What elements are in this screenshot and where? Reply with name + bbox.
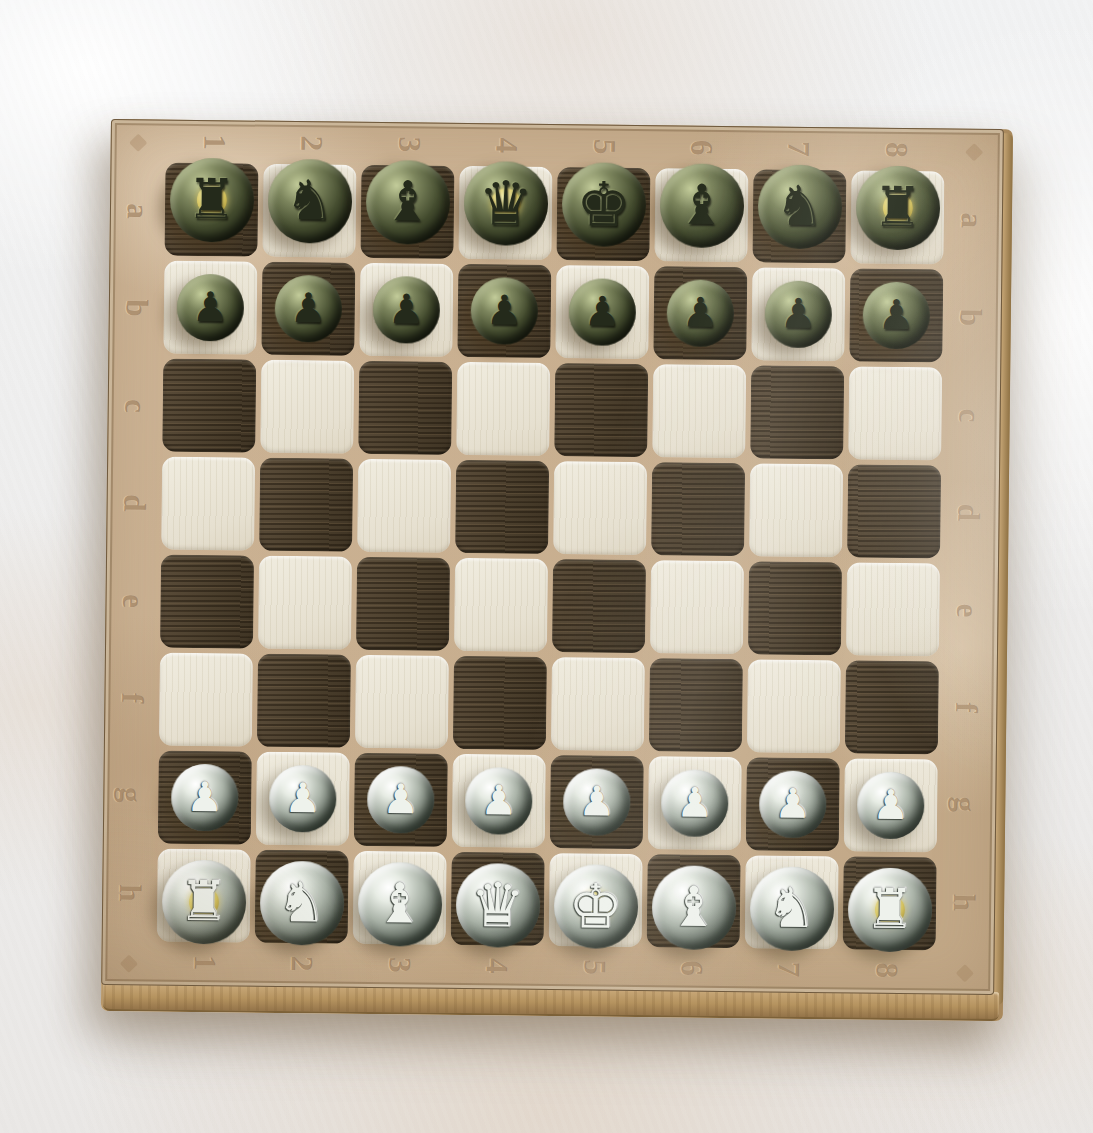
chess-piece-glyph: ♞ [775, 179, 825, 235]
chess-board: 12345678 12345678 abcdefgh abcdefgh ♜♞♝♛… [101, 119, 1013, 1021]
piece-black-knight[interactable]: ♞ [757, 164, 842, 249]
piece-black-pawn[interactable]: ♟ [568, 278, 636, 346]
piece-white-knight[interactable]: ♞ [749, 866, 834, 951]
square-c5[interactable] [554, 363, 648, 457]
piece-black-knight[interactable]: ♞ [267, 158, 352, 243]
piece-black-pawn[interactable]: ♟ [764, 280, 832, 348]
square-f7[interactable] [747, 659, 841, 753]
square-c8[interactable] [848, 366, 942, 460]
square-d5[interactable] [553, 461, 647, 555]
piece-white-pawn[interactable]: ♟ [759, 770, 827, 838]
piece-white-pawn[interactable]: ♟ [563, 768, 631, 836]
piece-white-rook[interactable]: ♜ [161, 859, 246, 944]
square-e3[interactable] [356, 557, 450, 651]
square-c2[interactable] [260, 360, 354, 454]
square-f4[interactable] [453, 656, 547, 750]
chess-piece-glyph: ♜ [179, 874, 229, 930]
chess-piece-glyph: ♚ [576, 173, 631, 235]
corner-inlay-top-left [129, 134, 147, 152]
square-e6[interactable] [650, 560, 744, 654]
chess-piece-glyph: ♜ [865, 882, 915, 938]
square-c4[interactable] [456, 362, 550, 456]
chess-piece-glyph: ♟ [578, 781, 615, 822]
square-b8[interactable]: ♟ [849, 268, 943, 362]
square-c7[interactable] [750, 365, 844, 459]
corner-inlay-bottom-left [120, 955, 138, 973]
chess-piece-glyph: ♟ [388, 289, 425, 330]
piece-black-pawn[interactable]: ♟ [470, 277, 538, 345]
square-g5[interactable]: ♟ [550, 755, 644, 849]
square-f2[interactable] [257, 654, 351, 748]
square-e2[interactable] [258, 556, 352, 650]
square-d8[interactable] [847, 464, 941, 558]
chess-piece-glyph: ♜ [873, 180, 923, 236]
chess-piece-glyph: ♝ [669, 879, 719, 935]
piece-white-king[interactable]: ♚ [553, 864, 638, 949]
chess-piece-glyph: ♞ [277, 875, 327, 931]
square-g1[interactable]: ♟ [158, 751, 252, 845]
piece-white-pawn[interactable]: ♟ [269, 765, 337, 833]
square-a6[interactable]: ♝ [654, 168, 748, 262]
square-a2[interactable]: ♞ [262, 164, 356, 258]
square-a5[interactable]: ♚ [556, 167, 650, 261]
square-e1[interactable] [160, 555, 254, 649]
square-a4[interactable]: ♛ [458, 166, 552, 260]
square-h1[interactable]: ♜ [157, 849, 251, 943]
square-b3[interactable]: ♟ [359, 263, 453, 357]
square-c1[interactable] [162, 359, 256, 453]
piece-white-knight[interactable]: ♞ [259, 860, 344, 945]
chess-piece-glyph: ♟ [682, 292, 719, 333]
square-e4[interactable] [454, 558, 548, 652]
piece-black-bishop[interactable]: ♝ [365, 159, 450, 244]
corner-inlay-bottom-right [956, 964, 974, 982]
chess-piece-glyph: ♟ [186, 777, 223, 818]
piece-black-pawn[interactable]: ♟ [176, 274, 244, 342]
square-h3[interactable]: ♝ [353, 851, 447, 945]
piece-white-pawn[interactable]: ♟ [465, 767, 533, 835]
square-f6[interactable] [649, 658, 743, 752]
square-e5[interactable] [552, 559, 646, 653]
chess-piece-glyph: ♟ [382, 779, 419, 820]
square-h2[interactable]: ♞ [255, 850, 349, 944]
square-g4[interactable]: ♟ [452, 754, 546, 848]
chess-piece-glyph: ♚ [568, 875, 623, 937]
chess-piece-glyph: ♟ [290, 288, 327, 329]
square-g8[interactable]: ♟ [844, 758, 938, 852]
piece-white-queen[interactable]: ♛ [455, 862, 540, 947]
piece-white-bishop[interactable]: ♝ [651, 865, 736, 950]
square-b1[interactable]: ♟ [163, 261, 257, 355]
square-a3[interactable]: ♝ [360, 165, 454, 259]
square-a7[interactable]: ♞ [752, 169, 846, 263]
piece-black-pawn[interactable]: ♟ [274, 275, 342, 343]
chess-piece-glyph: ♛ [470, 874, 525, 936]
square-d3[interactable] [357, 459, 451, 553]
chess-piece-glyph: ♟ [486, 290, 523, 331]
square-h7[interactable]: ♞ [745, 855, 839, 949]
chess-piece-glyph: ♛ [478, 172, 533, 234]
chess-piece-glyph: ♟ [480, 780, 517, 821]
square-d1[interactable] [161, 457, 255, 551]
square-h4[interactable]: ♛ [451, 852, 545, 946]
chess-piece-glyph: ♟ [192, 287, 229, 328]
board-surface: 12345678 12345678 abcdefgh abcdefgh ♜♞♝♛… [101, 119, 1004, 995]
piece-black-bishop[interactable]: ♝ [659, 163, 744, 248]
square-d4[interactable] [455, 460, 549, 554]
square-f3[interactable] [355, 655, 449, 749]
piece-white-pawn[interactable]: ♟ [857, 772, 925, 840]
square-h5[interactable]: ♚ [549, 853, 643, 947]
piece-black-pawn[interactable]: ♟ [666, 279, 734, 347]
square-g6[interactable]: ♟ [648, 756, 742, 850]
coordinates-left: abcdefgh [103, 162, 166, 942]
square-d6[interactable] [651, 462, 745, 556]
square-a1[interactable]: ♜ [164, 163, 258, 257]
chess-piece-glyph: ♟ [284, 778, 321, 819]
piece-black-rook[interactable]: ♜ [855, 165, 940, 250]
piece-white-pawn[interactable]: ♟ [171, 764, 239, 832]
chess-piece-glyph: ♞ [285, 173, 335, 229]
piece-black-pawn[interactable]: ♟ [372, 276, 440, 344]
square-g3[interactable]: ♟ [354, 753, 448, 847]
square-b7[interactable]: ♟ [751, 267, 845, 361]
square-g7[interactable]: ♟ [746, 757, 840, 851]
piece-white-rook[interactable]: ♜ [847, 867, 932, 952]
square-g2[interactable]: ♟ [256, 752, 350, 846]
square-e7[interactable] [748, 561, 842, 655]
chess-piece-glyph: ♟ [872, 785, 909, 826]
square-f8[interactable] [845, 660, 939, 754]
piece-black-rook[interactable]: ♜ [169, 157, 254, 242]
piece-white-bishop[interactable]: ♝ [357, 861, 442, 946]
chess-piece-glyph: ♟ [878, 295, 915, 336]
chess-piece-glyph: ♜ [187, 172, 237, 228]
chess-piece-glyph: ♟ [774, 784, 811, 825]
corner-inlay-top-right [965, 143, 983, 161]
square-e8[interactable] [846, 562, 940, 656]
square-f1[interactable] [159, 653, 253, 747]
chess-piece-glyph: ♟ [676, 782, 713, 823]
square-h8[interactable]: ♜ [843, 856, 937, 950]
chess-piece-glyph: ♟ [780, 294, 817, 335]
chess-piece-glyph: ♝ [677, 177, 727, 233]
piece-black-queen[interactable]: ♛ [463, 161, 548, 246]
coordinates-right: abcdefgh [936, 171, 1001, 951]
square-d2[interactable] [259, 458, 353, 552]
square-b5[interactable]: ♟ [555, 265, 649, 359]
chess-piece-glyph: ♟ [584, 291, 621, 332]
square-c6[interactable] [652, 364, 746, 458]
square-c3[interactable] [358, 361, 452, 455]
chess-piece-glyph: ♝ [383, 174, 433, 230]
chess-piece-glyph: ♝ [375, 876, 425, 932]
piece-black-pawn[interactable]: ♟ [862, 282, 930, 350]
square-f5[interactable] [551, 657, 645, 751]
square-b2[interactable]: ♟ [261, 262, 355, 356]
square-a8[interactable]: ♜ [850, 170, 944, 264]
piece-white-pawn[interactable]: ♟ [367, 766, 435, 834]
board-grid: ♜♞♝♛♚♝♞♜♟♟♟♟♟♟♟♟♟♟♟♟♟♟♟♟♜♞♝♛♚♝♞♜ [157, 163, 945, 951]
piece-white-pawn[interactable]: ♟ [661, 769, 729, 837]
square-b6[interactable]: ♟ [653, 266, 747, 360]
piece-black-king[interactable]: ♚ [561, 162, 646, 247]
square-h6[interactable]: ♝ [647, 854, 741, 948]
square-b4[interactable]: ♟ [457, 264, 551, 358]
square-d7[interactable] [749, 463, 843, 557]
chess-piece-glyph: ♞ [767, 880, 817, 936]
